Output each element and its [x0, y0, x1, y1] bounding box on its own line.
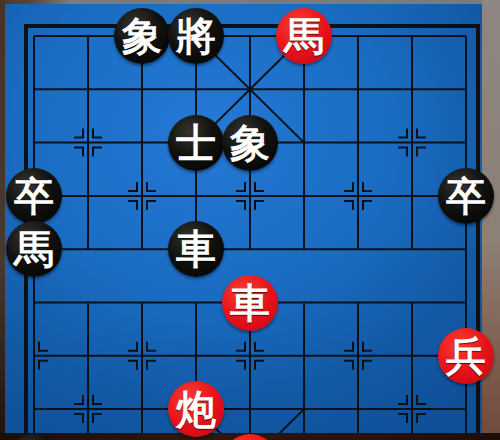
piece-glyph: 象 — [230, 115, 270, 171]
piece-glyph: 士 — [176, 115, 216, 171]
piece-red-soldier[interactable]: 兵 — [438, 328, 494, 384]
piece-glyph: 炮 — [176, 381, 216, 437]
pieces-layer: 象將馬士象卒卒馬車車兵炮 — [0, 0, 500, 440]
piece-black-general[interactable]: 將 — [168, 8, 224, 64]
piece-black-elephant[interactable]: 象 — [114, 8, 170, 64]
piece-glyph: 卒 — [14, 168, 54, 224]
piece-glyph: 卒 — [446, 168, 486, 224]
piece-red-chariot[interactable]: 車 — [222, 275, 278, 331]
piece-red-cannon[interactable]: 炮 — [168, 381, 224, 437]
piece-black-advisor[interactable]: 士 — [168, 115, 224, 171]
piece-glyph: 馬 — [284, 8, 324, 64]
piece-black-chariot[interactable]: 車 — [168, 221, 224, 277]
piece-black-horse[interactable]: 馬 — [6, 221, 62, 277]
piece-red-horse[interactable]: 馬 — [276, 8, 332, 64]
piece-glyph: 車 — [230, 275, 270, 331]
piece-black-piece-cropped[interactable] — [6, 434, 62, 440]
xiangqi-screenshot: 象將馬士象卒卒馬車車兵炮 — [0, 0, 500, 440]
piece-glyph: 車 — [176, 221, 216, 277]
piece-glyph: 兵 — [446, 328, 486, 384]
piece-black-soldier[interactable]: 卒 — [6, 168, 62, 224]
piece-glyph: 將 — [176, 8, 216, 64]
piece-black-soldier[interactable]: 卒 — [438, 168, 494, 224]
piece-red-piece-cropped[interactable] — [222, 434, 278, 440]
piece-glyph: 象 — [122, 8, 162, 64]
piece-glyph: 馬 — [14, 221, 54, 277]
piece-black-elephant[interactable]: 象 — [222, 115, 278, 171]
